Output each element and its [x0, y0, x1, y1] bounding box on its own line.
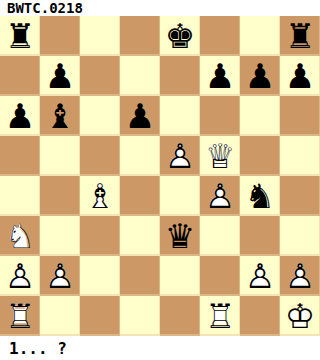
- square-b2[interactable]: ♟♙: [40, 256, 80, 296]
- square-e8[interactable]: ♚: [160, 16, 200, 56]
- square-c1[interactable]: [80, 296, 120, 336]
- square-h5[interactable]: [280, 136, 320, 176]
- piece-white-king: ♚♔: [280, 296, 320, 336]
- square-h7[interactable]: ♟: [280, 56, 320, 96]
- piece-black-bishop: ♝: [40, 96, 80, 136]
- square-f7[interactable]: ♟: [200, 56, 240, 96]
- square-d7[interactable]: [120, 56, 160, 96]
- square-a5[interactable]: [0, 136, 40, 176]
- square-d2[interactable]: [120, 256, 160, 296]
- piece-black-rook: ♜: [0, 16, 40, 56]
- puzzle-id-title: BWTC.0218: [0, 0, 320, 16]
- square-a7[interactable]: [0, 56, 40, 96]
- square-f5[interactable]: ♛♕: [200, 136, 240, 176]
- square-h4[interactable]: [280, 176, 320, 216]
- square-d8[interactable]: [120, 16, 160, 56]
- square-c7[interactable]: [80, 56, 120, 96]
- piece-black-pawn: ♟: [0, 96, 40, 136]
- piece-white-bishop: ♝♗: [80, 176, 120, 216]
- square-a1[interactable]: ♜♖: [0, 296, 40, 336]
- square-b1[interactable]: [40, 296, 80, 336]
- square-a8[interactable]: ♜: [0, 16, 40, 56]
- piece-black-king: ♚: [160, 16, 200, 56]
- square-a2[interactable]: ♟♙: [0, 256, 40, 296]
- square-g7[interactable]: ♟: [240, 56, 280, 96]
- square-e1[interactable]: [160, 296, 200, 336]
- piece-white-pawn: ♟♙: [0, 256, 40, 296]
- square-g6[interactable]: [240, 96, 280, 136]
- piece-white-pawn: ♟♙: [280, 256, 320, 296]
- piece-black-knight: ♞: [240, 176, 280, 216]
- square-g8[interactable]: [240, 16, 280, 56]
- piece-black-pawn: ♟: [200, 56, 240, 96]
- square-g1[interactable]: [240, 296, 280, 336]
- piece-black-queen: ♛: [160, 216, 200, 256]
- square-f3[interactable]: [200, 216, 240, 256]
- piece-white-pawn: ♟♙: [200, 176, 240, 216]
- square-e5[interactable]: ♟♙: [160, 136, 200, 176]
- piece-white-pawn: ♟♙: [240, 256, 280, 296]
- square-g3[interactable]: [240, 216, 280, 256]
- square-b6[interactable]: ♝: [40, 96, 80, 136]
- move-prompt: 1... ?: [0, 336, 320, 360]
- square-e2[interactable]: [160, 256, 200, 296]
- square-b5[interactable]: [40, 136, 80, 176]
- square-d5[interactable]: [120, 136, 160, 176]
- square-b3[interactable]: [40, 216, 80, 256]
- square-e7[interactable]: [160, 56, 200, 96]
- piece-white-pawn: ♟♙: [40, 256, 80, 296]
- square-f4[interactable]: ♟♙: [200, 176, 240, 216]
- square-c3[interactable]: [80, 216, 120, 256]
- square-b7[interactable]: ♟: [40, 56, 80, 96]
- square-e3[interactable]: ♛: [160, 216, 200, 256]
- square-e4[interactable]: [160, 176, 200, 216]
- square-d6[interactable]: ♟: [120, 96, 160, 136]
- square-b4[interactable]: [40, 176, 80, 216]
- piece-black-pawn: ♟: [40, 56, 80, 96]
- piece-white-rook: ♜♖: [0, 296, 40, 336]
- square-a6[interactable]: ♟: [0, 96, 40, 136]
- square-f2[interactable]: [200, 256, 240, 296]
- square-h3[interactable]: [280, 216, 320, 256]
- square-h8[interactable]: ♜: [280, 16, 320, 56]
- piece-white-knight: ♞♘: [0, 216, 40, 256]
- square-f1[interactable]: ♜♖: [200, 296, 240, 336]
- square-a4[interactable]: [0, 176, 40, 216]
- square-h2[interactable]: ♟♙: [280, 256, 320, 296]
- square-g4[interactable]: ♞: [240, 176, 280, 216]
- piece-black-pawn: ♟: [240, 56, 280, 96]
- square-c5[interactable]: [80, 136, 120, 176]
- square-g2[interactable]: ♟♙: [240, 256, 280, 296]
- square-c8[interactable]: [80, 16, 120, 56]
- square-c4[interactable]: ♝♗: [80, 176, 120, 216]
- square-b8[interactable]: [40, 16, 80, 56]
- square-d3[interactable]: [120, 216, 160, 256]
- square-d4[interactable]: [120, 176, 160, 216]
- square-f6[interactable]: [200, 96, 240, 136]
- square-c2[interactable]: [80, 256, 120, 296]
- square-e6[interactable]: [160, 96, 200, 136]
- piece-white-queen: ♛♕: [200, 136, 240, 176]
- square-c6[interactable]: [80, 96, 120, 136]
- square-g5[interactable]: [240, 136, 280, 176]
- square-h1[interactable]: ♚♔: [280, 296, 320, 336]
- piece-black-rook: ♜: [280, 16, 320, 56]
- piece-white-rook: ♜♖: [200, 296, 240, 336]
- square-h6[interactable]: [280, 96, 320, 136]
- square-d1[interactable]: [120, 296, 160, 336]
- square-f8[interactable]: [200, 16, 240, 56]
- square-a3[interactable]: ♞♘: [0, 216, 40, 256]
- chess-board: ♜♚♜♟♟♟♟♟♝♟♟♙♛♕♝♗♟♙♞♞♘♛♟♙♟♙♟♙♟♙♜♖♜♖♚♔: [0, 16, 320, 336]
- piece-white-pawn: ♟♙: [160, 136, 200, 176]
- piece-black-pawn: ♟: [120, 96, 160, 136]
- piece-black-pawn: ♟: [280, 56, 320, 96]
